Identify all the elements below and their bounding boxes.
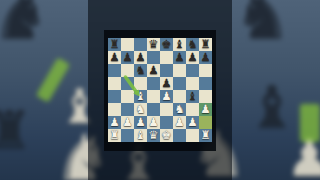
square-e8: ♚ [160, 38, 173, 51]
black-rook: ♜ [109, 38, 119, 50]
black-bishop: ♝ [174, 38, 184, 50]
square-h3: ♟ [199, 103, 212, 116]
square-h7: ♟ [199, 51, 212, 64]
backdrop-green-glow [300, 104, 320, 142]
square-e7 [160, 51, 173, 64]
square-h6 [199, 64, 212, 77]
square-e3 [160, 103, 173, 116]
square-f2: ♟ [173, 116, 186, 129]
square-g2: ♟ [186, 116, 199, 129]
black-pawn: ♟ [174, 51, 184, 63]
backdrop-black-rook-icon: ♜ [0, 104, 33, 156]
white-bishop: ♝ [135, 90, 145, 102]
square-e1: ♚ [160, 129, 173, 142]
square-g6 [186, 64, 199, 77]
black-pawn: ♟ [148, 64, 158, 76]
square-f5 [173, 77, 186, 90]
white-pawn: ♟ [122, 116, 132, 128]
black-pawn: ♟ [109, 51, 119, 63]
video-frame: ♞♞♜♝♝♞♞♟♝ ♜♛♚♝♞♜♟♟♟♟♟♟♞♟♟♝♟♝♞♞♟♟♟♟♟♟♟♜♝♛… [0, 0, 320, 180]
square-b2: ♟ [121, 116, 134, 129]
white-pawn: ♟ [135, 116, 145, 128]
white-knight: ♞ [135, 103, 145, 115]
square-h1: ♜ [199, 129, 212, 142]
backdrop-black-knight-icon: ♞ [0, 0, 49, 48]
white-bishop: ♝ [135, 129, 145, 141]
white-rook: ♜ [109, 129, 119, 141]
square-d8: ♛ [147, 38, 160, 51]
square-a1: ♜ [108, 129, 121, 142]
black-bishop: ♝ [187, 90, 197, 102]
square-a4 [108, 90, 121, 103]
white-king: ♚ [161, 129, 171, 141]
white-pawn: ♟ [187, 116, 197, 128]
square-g7: ♟ [186, 51, 199, 64]
square-h5 [199, 77, 212, 90]
square-c1: ♝ [134, 129, 147, 142]
square-b5 [121, 77, 134, 90]
square-f7: ♟ [173, 51, 186, 64]
square-f1 [173, 129, 186, 142]
black-pawn: ♟ [135, 51, 145, 63]
black-pawn: ♟ [161, 77, 171, 89]
black-king: ♚ [161, 38, 171, 50]
square-f6 [173, 64, 186, 77]
white-rook: ♜ [200, 129, 210, 141]
square-g1 [186, 129, 199, 142]
square-b7: ♟ [121, 51, 134, 64]
backdrop-black-knight-icon: ♞ [234, 0, 291, 48]
square-d5 [147, 77, 160, 90]
white-pawn: ♟ [148, 116, 158, 128]
white-pawn: ♟ [161, 90, 171, 102]
black-knight: ♞ [187, 38, 197, 50]
black-queen: ♛ [148, 38, 158, 50]
white-pawn: ♟ [174, 116, 184, 128]
black-pawn: ♟ [122, 51, 132, 63]
white-pawn: ♟ [109, 116, 119, 128]
white-knight: ♞ [174, 103, 184, 115]
square-b6 [121, 64, 134, 77]
square-d4 [147, 90, 160, 103]
square-d6: ♟ [147, 64, 160, 77]
square-a7: ♟ [108, 51, 121, 64]
black-rook: ♜ [200, 38, 210, 50]
white-queen: ♛ [148, 129, 158, 141]
square-c6: ♞ [134, 64, 147, 77]
square-e4: ♟ [160, 90, 173, 103]
square-b4 [121, 90, 134, 103]
black-knight: ♞ [135, 64, 145, 76]
square-g4: ♝ [186, 90, 199, 103]
black-pawn: ♟ [200, 51, 210, 63]
black-pawn: ♟ [187, 51, 197, 63]
square-d1: ♛ [147, 129, 160, 142]
white-pawn: ♟ [200, 103, 210, 115]
square-a5 [108, 77, 121, 90]
square-b1 [121, 129, 134, 142]
chess-board: ♜♛♚♝♞♜♟♟♟♟♟♟♞♟♟♝♟♝♞♞♟♟♟♟♟♟♟♜♝♛♚♜ [108, 38, 212, 142]
square-a6 [108, 64, 121, 77]
